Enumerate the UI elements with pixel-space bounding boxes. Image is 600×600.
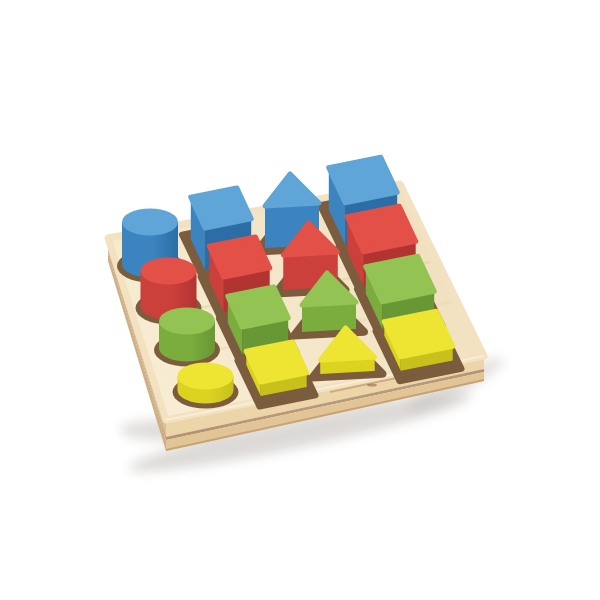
product-photo bbox=[0, 0, 600, 600]
piece-yellow-cylinder bbox=[178, 363, 234, 404]
piece-green-cylinder bbox=[159, 308, 215, 362]
shape-sorting-board bbox=[0, 0, 600, 600]
